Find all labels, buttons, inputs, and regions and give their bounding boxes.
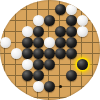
board-cell[interactable] [66, 4, 77, 15]
black-stone [44, 59, 55, 70]
board-cell[interactable] [33, 26, 44, 37]
white-stone [77, 15, 88, 26]
last-move-black-stone [77, 59, 88, 70]
board-cell[interactable] [22, 26, 33, 37]
black-stone [22, 48, 33, 59]
board-cell[interactable] [22, 59, 33, 70]
black-stone [33, 26, 44, 37]
board-cell[interactable] [11, 48, 22, 59]
board-cell[interactable] [66, 37, 77, 48]
white-stone [11, 48, 22, 59]
board-cell[interactable] [33, 48, 44, 59]
board-cell[interactable] [44, 48, 55, 59]
board-cell[interactable] [33, 70, 44, 81]
black-stone [55, 48, 66, 59]
black-stone [66, 26, 77, 37]
black-stone [66, 37, 77, 48]
screenshot-stage [0, 0, 100, 100]
star-point-dot [59, 85, 62, 88]
board-cell[interactable] [33, 15, 44, 26]
board-cell[interactable] [0, 37, 11, 48]
board-cell[interactable] [22, 37, 33, 48]
black-stone [66, 48, 77, 59]
board-cell[interactable] [44, 81, 55, 92]
board-cell[interactable] [33, 81, 44, 92]
board-cell[interactable] [44, 15, 55, 26]
go-board-circle-crop [0, 0, 100, 100]
board-cell[interactable] [66, 26, 77, 37]
board-cell[interactable] [55, 37, 66, 48]
board-cell[interactable] [44, 59, 55, 70]
board-cell[interactable] [55, 81, 66, 92]
white-stone [33, 15, 44, 26]
go-board[interactable] [0, 4, 99, 100]
black-stone [33, 48, 44, 59]
black-stone [22, 37, 33, 48]
board-cell[interactable] [66, 70, 77, 81]
black-stone [66, 15, 77, 26]
board-cell[interactable] [55, 48, 66, 59]
board-cell[interactable] [22, 48, 33, 59]
board-cell[interactable] [66, 48, 77, 59]
black-stone [33, 37, 44, 48]
white-stone [77, 26, 88, 37]
board-cell[interactable] [33, 59, 44, 70]
black-stone [55, 4, 66, 15]
white-stone [0, 37, 11, 48]
black-stone [55, 37, 66, 48]
black-stone [55, 26, 66, 37]
black-stone [44, 48, 55, 59]
black-stone [22, 70, 33, 81]
black-stone [66, 70, 77, 81]
black-stone [33, 59, 44, 70]
white-stone [33, 81, 44, 92]
black-stone [44, 81, 55, 92]
board-cell[interactable] [33, 37, 44, 48]
board-cell[interactable] [44, 37, 55, 48]
board-cell[interactable] [55, 4, 66, 15]
white-stone [66, 4, 77, 15]
black-stone [33, 70, 44, 81]
board-cell[interactable] [77, 15, 88, 26]
white-stone [22, 26, 33, 37]
board-cell[interactable] [77, 26, 88, 37]
board-cell[interactable] [55, 26, 66, 37]
board-cell[interactable] [22, 70, 33, 81]
board-cell[interactable] [77, 59, 88, 70]
black-stone [44, 15, 55, 26]
white-stone [22, 59, 33, 70]
board-cell[interactable] [66, 15, 77, 26]
white-stone [44, 37, 55, 48]
